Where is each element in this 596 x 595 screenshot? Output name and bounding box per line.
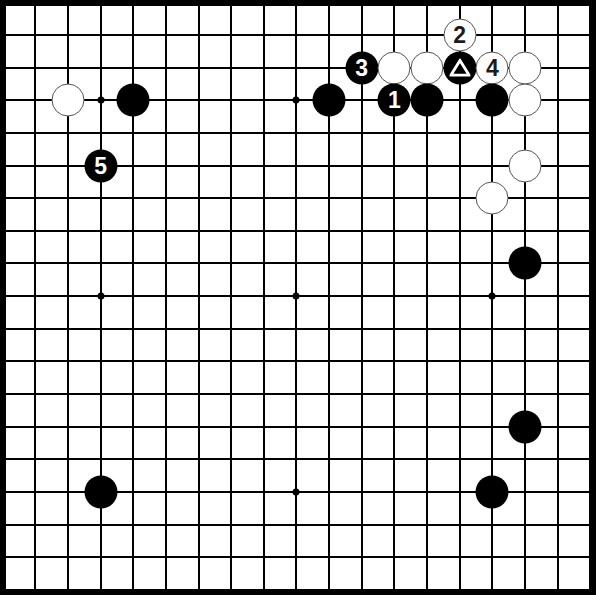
intersection-S3: [541, 508, 574, 541]
intersection-R4: [509, 476, 542, 509]
intersection-A8: [0, 345, 19, 378]
intersection-D5: [84, 443, 117, 476]
intersection-N18: [378, 19, 411, 52]
intersection-H8: [215, 345, 248, 378]
intersection-L8: [313, 345, 346, 378]
move-number-label: 2: [453, 23, 466, 46]
black-stone-E16: [117, 84, 150, 117]
intersection-F14: [150, 149, 183, 182]
intersection-M7: [345, 378, 378, 411]
intersection-M8: [345, 345, 378, 378]
intersection-M1: [345, 574, 378, 595]
intersection-S9: [541, 312, 574, 345]
intersection-S14: [541, 149, 574, 182]
intersection-H4: [215, 476, 248, 509]
intersection-H14: [215, 149, 248, 182]
intersection-H7: [215, 378, 248, 411]
intersection-N3: [378, 508, 411, 541]
intersection-T12: [574, 214, 596, 247]
intersection-A9: [0, 312, 19, 345]
intersection-S4: [541, 476, 574, 509]
intersection-D17: [84, 51, 117, 84]
intersection-R10: [509, 280, 542, 313]
intersection-H2: [215, 541, 248, 574]
intersection-M5: [345, 443, 378, 476]
intersection-E10: [117, 280, 150, 313]
intersection-E1: [117, 574, 150, 595]
intersection-T7: [574, 378, 596, 411]
intersection-T3: [574, 508, 596, 541]
intersection-H5: [215, 443, 248, 476]
intersection-E16: [117, 84, 150, 117]
intersection-F8: [150, 345, 183, 378]
intersection-Q3: [476, 508, 509, 541]
intersection-K11: [280, 247, 313, 280]
white-stone-R16: [508, 84, 541, 117]
intersection-J3: [248, 508, 281, 541]
intersection-T1: [574, 574, 596, 595]
intersection-P6: [443, 410, 476, 443]
intersection-H10: [215, 280, 248, 313]
intersection-D18: [84, 19, 117, 52]
intersection-G15: [182, 117, 215, 150]
intersection-F2: [150, 541, 183, 574]
intersection-Q5: [476, 443, 509, 476]
intersection-N15: [378, 117, 411, 150]
intersection-E3: [117, 508, 150, 541]
intersection-H19: [215, 0, 248, 19]
intersection-T15: [574, 117, 596, 150]
intersection-P3: [443, 508, 476, 541]
intersection-O12: [411, 214, 444, 247]
intersection-L6: [313, 410, 346, 443]
intersection-B10: [19, 280, 52, 313]
intersection-Q6: [476, 410, 509, 443]
intersection-B12: [19, 214, 52, 247]
intersection-H17: [215, 51, 248, 84]
intersection-K14: [280, 149, 313, 182]
intersection-L17: [313, 51, 346, 84]
intersection-D11: [84, 247, 117, 280]
white-stone-N17: [378, 51, 411, 84]
intersection-P17: [443, 51, 476, 84]
intersection-Q15: [476, 117, 509, 150]
intersection-N19: [378, 0, 411, 19]
intersection-M4: [345, 476, 378, 509]
intersection-A18: [0, 19, 19, 52]
go-board: 23415: [0, 0, 596, 595]
intersection-R7: [509, 378, 542, 411]
intersection-B6: [19, 410, 52, 443]
intersection-K8: [280, 345, 313, 378]
intersection-A3: [0, 508, 19, 541]
intersection-S18: [541, 19, 574, 52]
intersection-E17: [117, 51, 150, 84]
intersection-R11: [509, 247, 542, 280]
intersection-F5: [150, 443, 183, 476]
intersection-S16: [541, 84, 574, 117]
intersection-K10: [280, 280, 313, 313]
intersection-L15: [313, 117, 346, 150]
intersection-O1: [411, 574, 444, 595]
intersection-H13: [215, 182, 248, 215]
intersection-R13: [509, 182, 542, 215]
intersection-D3: [84, 508, 117, 541]
intersection-G18: [182, 19, 215, 52]
intersection-K7: [280, 378, 313, 411]
intersection-P8: [443, 345, 476, 378]
intersection-N13: [378, 182, 411, 215]
intersection-M9: [345, 312, 378, 345]
intersection-L19: [313, 0, 346, 19]
intersection-J17: [248, 51, 281, 84]
intersection-F4: [150, 476, 183, 509]
intersection-L13: [313, 182, 346, 215]
intersection-M12: [345, 214, 378, 247]
intersection-M10: [345, 280, 378, 313]
intersection-N12: [378, 214, 411, 247]
black-stone-M17: 3: [345, 51, 378, 84]
intersection-T17: [574, 51, 596, 84]
intersection-J5: [248, 443, 281, 476]
intersection-O10: [411, 280, 444, 313]
intersection-B9: [19, 312, 52, 345]
intersection-K17: [280, 51, 313, 84]
intersection-N9: [378, 312, 411, 345]
intersection-G9: [182, 312, 215, 345]
intersection-L2: [313, 541, 346, 574]
intersection-A13: [0, 182, 19, 215]
intersection-B4: [19, 476, 52, 509]
white-stone-R17: [508, 51, 541, 84]
intersection-C5: [52, 443, 85, 476]
intersection-L12: [313, 214, 346, 247]
intersection-C18: [52, 19, 85, 52]
intersection-S19: [541, 0, 574, 19]
intersection-B7: [19, 378, 52, 411]
intersection-L7: [313, 378, 346, 411]
intersection-D8: [84, 345, 117, 378]
intersection-Q14: [476, 149, 509, 182]
star-point: [293, 293, 300, 300]
intersection-K6: [280, 410, 313, 443]
intersection-B2: [19, 541, 52, 574]
intersection-S7: [541, 378, 574, 411]
intersection-T14: [574, 149, 596, 182]
intersection-R5: [509, 443, 542, 476]
intersection-P9: [443, 312, 476, 345]
intersection-F11: [150, 247, 183, 280]
intersection-R18: [509, 19, 542, 52]
intersection-M18: [345, 19, 378, 52]
intersection-R15: [509, 117, 542, 150]
intersection-L9: [313, 312, 346, 345]
intersection-R2: [509, 541, 542, 574]
intersection-A7: [0, 378, 19, 411]
intersection-E12: [117, 214, 150, 247]
intersection-K3: [280, 508, 313, 541]
intersection-O17: [411, 51, 444, 84]
intersection-B8: [19, 345, 52, 378]
intersection-G4: [182, 476, 215, 509]
white-stone-P18: 2: [443, 18, 476, 51]
intersection-N11: [378, 247, 411, 280]
black-stone-D4: [84, 475, 117, 508]
black-stone-L16: [313, 84, 346, 117]
intersection-F12: [150, 214, 183, 247]
move-number-label: 1: [388, 89, 401, 112]
intersection-D6: [84, 410, 117, 443]
intersection-R1: [509, 574, 542, 595]
white-stone-O17: [411, 51, 444, 84]
intersection-G8: [182, 345, 215, 378]
intersection-Q18: [476, 19, 509, 52]
board-grid: 23415: [0, 0, 596, 595]
intersection-G2: [182, 541, 215, 574]
intersection-Q1: [476, 574, 509, 595]
move-number-label: 5: [94, 154, 107, 177]
intersection-G17: [182, 51, 215, 84]
intersection-E9: [117, 312, 150, 345]
intersection-F3: [150, 508, 183, 541]
intersection-J8: [248, 345, 281, 378]
intersection-L5: [313, 443, 346, 476]
intersection-L1: [313, 574, 346, 595]
intersection-A4: [0, 476, 19, 509]
intersection-P10: [443, 280, 476, 313]
intersection-A5: [0, 443, 19, 476]
intersection-D10: [84, 280, 117, 313]
intersection-B3: [19, 508, 52, 541]
intersection-G7: [182, 378, 215, 411]
intersection-K2: [280, 541, 313, 574]
intersection-S2: [541, 541, 574, 574]
black-stone-N16: 1: [378, 84, 411, 117]
intersection-B19: [19, 0, 52, 19]
intersection-R8: [509, 345, 542, 378]
intersection-T8: [574, 345, 596, 378]
intersection-A6: [0, 410, 19, 443]
intersection-F17: [150, 51, 183, 84]
intersection-C19: [52, 0, 85, 19]
intersection-R14: [509, 149, 542, 182]
intersection-J11: [248, 247, 281, 280]
intersection-S1: [541, 574, 574, 595]
intersection-F19: [150, 0, 183, 19]
intersection-G3: [182, 508, 215, 541]
intersection-H12: [215, 214, 248, 247]
intersection-R12: [509, 214, 542, 247]
intersection-Q10: [476, 280, 509, 313]
intersection-G14: [182, 149, 215, 182]
intersection-E19: [117, 0, 150, 19]
intersection-J2: [248, 541, 281, 574]
intersection-F6: [150, 410, 183, 443]
intersection-C11: [52, 247, 85, 280]
intersection-J4: [248, 476, 281, 509]
intersection-G11: [182, 247, 215, 280]
white-stone-Q13: [476, 182, 509, 215]
intersection-E14: [117, 149, 150, 182]
intersection-E2: [117, 541, 150, 574]
intersection-B18: [19, 19, 52, 52]
intersection-E4: [117, 476, 150, 509]
intersection-J19: [248, 0, 281, 19]
intersection-S6: [541, 410, 574, 443]
intersection-N14: [378, 149, 411, 182]
intersection-C17: [52, 51, 85, 84]
star-point: [97, 293, 104, 300]
intersection-J7: [248, 378, 281, 411]
intersection-K18: [280, 19, 313, 52]
intersection-K13: [280, 182, 313, 215]
intersection-N2: [378, 541, 411, 574]
intersection-O13: [411, 182, 444, 215]
intersection-A1: [0, 574, 19, 595]
intersection-P12: [443, 214, 476, 247]
intersection-L11: [313, 247, 346, 280]
intersection-D15: [84, 117, 117, 150]
intersection-D9: [84, 312, 117, 345]
intersection-E15: [117, 117, 150, 150]
intersection-F1: [150, 574, 183, 595]
intersection-D12: [84, 214, 117, 247]
intersection-P16: [443, 84, 476, 117]
intersection-Q7: [476, 378, 509, 411]
intersection-C12: [52, 214, 85, 247]
intersection-H3: [215, 508, 248, 541]
intersection-P1: [443, 574, 476, 595]
intersection-H1: [215, 574, 248, 595]
intersection-Q9: [476, 312, 509, 345]
intersection-P13: [443, 182, 476, 215]
intersection-E13: [117, 182, 150, 215]
intersection-C2: [52, 541, 85, 574]
intersection-C1: [52, 574, 85, 595]
intersection-N7: [378, 378, 411, 411]
intersection-O3: [411, 508, 444, 541]
intersection-M6: [345, 410, 378, 443]
intersection-F15: [150, 117, 183, 150]
intersection-M15: [345, 117, 378, 150]
intersection-Q17: 4: [476, 51, 509, 84]
intersection-M13: [345, 182, 378, 215]
intersection-J10: [248, 280, 281, 313]
intersection-J15: [248, 117, 281, 150]
intersection-B16: [19, 84, 52, 117]
intersection-F16: [150, 84, 183, 117]
intersection-R17: [509, 51, 542, 84]
intersection-O16: [411, 84, 444, 117]
intersection-P5: [443, 443, 476, 476]
intersection-P18: 2: [443, 19, 476, 52]
intersection-E11: [117, 247, 150, 280]
intersection-O2: [411, 541, 444, 574]
intersection-G6: [182, 410, 215, 443]
star-point: [489, 293, 496, 300]
intersection-T10: [574, 280, 596, 313]
intersection-H11: [215, 247, 248, 280]
intersection-P7: [443, 378, 476, 411]
move-number-label: 3: [355, 56, 368, 79]
intersection-K15: [280, 117, 313, 150]
intersection-S15: [541, 117, 574, 150]
intersection-C4: [52, 476, 85, 509]
intersection-A15: [0, 117, 19, 150]
white-stone-C16: [52, 84, 85, 117]
intersection-P2: [443, 541, 476, 574]
intersection-K12: [280, 214, 313, 247]
intersection-N16: 1: [378, 84, 411, 117]
intersection-F18: [150, 19, 183, 52]
intersection-Q12: [476, 214, 509, 247]
intersection-K9: [280, 312, 313, 345]
intersection-T5: [574, 443, 596, 476]
intersection-A12: [0, 214, 19, 247]
white-stone-Q17: 4: [476, 51, 509, 84]
intersection-B1: [19, 574, 52, 595]
intersection-L14: [313, 149, 346, 182]
intersection-B13: [19, 182, 52, 215]
intersection-M3: [345, 508, 378, 541]
intersection-T4: [574, 476, 596, 509]
black-stone-R11: [508, 247, 541, 280]
intersection-G19: [182, 0, 215, 19]
intersection-M2: [345, 541, 378, 574]
intersection-H9: [215, 312, 248, 345]
intersection-R3: [509, 508, 542, 541]
intersection-L3: [313, 508, 346, 541]
intersection-J9: [248, 312, 281, 345]
intersection-C7: [52, 378, 85, 411]
intersection-T11: [574, 247, 596, 280]
intersection-T6: [574, 410, 596, 443]
intersection-C14: [52, 149, 85, 182]
intersection-K5: [280, 443, 313, 476]
white-stone-R14: [508, 149, 541, 182]
intersection-O9: [411, 312, 444, 345]
intersection-Q11: [476, 247, 509, 280]
intersection-S17: [541, 51, 574, 84]
intersection-A14: [0, 149, 19, 182]
intersection-N8: [378, 345, 411, 378]
intersection-O5: [411, 443, 444, 476]
intersection-S13: [541, 182, 574, 215]
intersection-B14: [19, 149, 52, 182]
intersection-A16: [0, 84, 19, 117]
intersection-Q13: [476, 182, 509, 215]
intersection-M17: 3: [345, 51, 378, 84]
intersection-G13: [182, 182, 215, 215]
intersection-R9: [509, 312, 542, 345]
intersection-S10: [541, 280, 574, 313]
intersection-J14: [248, 149, 281, 182]
intersection-O8: [411, 345, 444, 378]
intersection-E18: [117, 19, 150, 52]
intersection-L16: [313, 84, 346, 117]
intersection-F9: [150, 312, 183, 345]
intersection-E7: [117, 378, 150, 411]
intersection-T2: [574, 541, 596, 574]
intersection-O7: [411, 378, 444, 411]
intersection-L10: [313, 280, 346, 313]
intersection-N6: [378, 410, 411, 443]
intersection-C15: [52, 117, 85, 150]
intersection-D7: [84, 378, 117, 411]
intersection-J18: [248, 19, 281, 52]
move-number-label: 4: [486, 56, 499, 79]
intersection-P4: [443, 476, 476, 509]
